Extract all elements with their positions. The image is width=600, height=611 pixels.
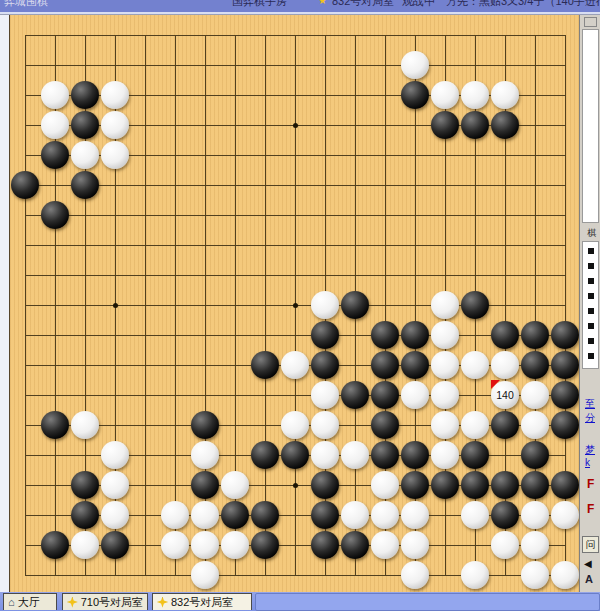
black-stone (401, 321, 429, 349)
black-stone (41, 411, 69, 439)
move-list-stone-icon (588, 248, 594, 254)
room-name: 832号对局室 (332, 0, 394, 7)
white-stone (401, 561, 429, 589)
panel-link-1[interactable]: 至 (585, 397, 595, 411)
black-stone (461, 471, 489, 499)
tab-lobby-label: 大厅 (18, 595, 40, 610)
black-stone (71, 471, 99, 499)
black-stone (371, 381, 399, 409)
white-stone (191, 561, 219, 589)
white-stone (71, 531, 99, 559)
white-stone (281, 351, 309, 379)
panel-link-4[interactable]: k (585, 457, 590, 468)
white-stone (41, 111, 69, 139)
move-list-stone-icon (588, 323, 594, 329)
game-status: 观战中 方先：黑贴3又3/4子（140手进行中） (402, 0, 600, 7)
white-stone (161, 501, 189, 529)
tab-room-832[interactable]: 832号对局室 (152, 593, 252, 610)
black-stone (401, 351, 429, 379)
star-point (113, 303, 118, 308)
black-stone (551, 351, 579, 379)
white-stone (341, 501, 369, 529)
white-stone (161, 531, 189, 559)
white-stone (431, 81, 459, 109)
white-stone (521, 501, 549, 529)
room-tab-bar: ⌂ 大厅 710号对局室 832号对局室 (0, 592, 600, 611)
black-stone (41, 531, 69, 559)
black-stone (101, 531, 129, 559)
help-button[interactable]: 问 (582, 536, 599, 553)
side-panel: 棋 至 分 梦 k F F 问 ◀ A (579, 15, 600, 592)
panel-link-2[interactable]: 分 (585, 411, 595, 425)
black-stone (311, 531, 339, 559)
black-stone (311, 321, 339, 349)
white-stone (101, 501, 129, 529)
grid-line-h (25, 335, 566, 336)
white-stone (311, 441, 339, 469)
white-stone (491, 351, 519, 379)
white-stone (491, 81, 519, 109)
black-stone (491, 321, 519, 349)
move-list-stone-icon (588, 338, 594, 344)
tab-lobby[interactable]: ⌂ 大厅 (3, 593, 57, 610)
black-stone (341, 381, 369, 409)
white-stone (71, 141, 99, 169)
white-stone (221, 531, 249, 559)
white-stone (221, 471, 249, 499)
black-stone (551, 381, 579, 409)
move-list-stone-icon (588, 293, 594, 299)
black-stone (491, 411, 519, 439)
move-list-stone-icon (588, 353, 594, 359)
black-stone (551, 471, 579, 499)
panel-scroll-area[interactable] (582, 29, 599, 223)
go-client-window: { "game": "go", "title_bar": { "app_name… (0, 0, 600, 611)
white-stone (461, 351, 489, 379)
white-stone (551, 561, 579, 589)
room-category: 国弈棋手房 (232, 0, 287, 7)
white-stone (461, 501, 489, 529)
black-stone (431, 471, 459, 499)
black-stone (521, 321, 549, 349)
black-stone (461, 111, 489, 139)
white-stone (101, 441, 129, 469)
move-list-stone-icon (588, 278, 594, 284)
white-stone (311, 381, 339, 409)
star-point (293, 483, 298, 488)
last-move-number: 140 (491, 381, 519, 409)
white-stone (521, 561, 549, 589)
title-bar: 弈城围棋 国弈棋手房 ★ 832号对局室 观战中 方先：黑贴3又3/4子（140… (0, 0, 600, 12)
white-stone (431, 351, 459, 379)
tab-room-832-label: 832号对局室 (171, 595, 233, 610)
white-stone (191, 501, 219, 529)
black-stone (311, 351, 339, 379)
black-stone (311, 471, 339, 499)
white-stone (401, 531, 429, 559)
white-stone (311, 411, 339, 439)
white-stone (431, 321, 459, 349)
black-stone (371, 411, 399, 439)
black-stone (491, 501, 519, 529)
white-stone (281, 411, 309, 439)
black-stone (71, 111, 99, 139)
white-stone (311, 291, 339, 319)
white-stone (101, 111, 129, 139)
black-stone (521, 351, 549, 379)
white-stone (521, 381, 549, 409)
black-stone (371, 441, 399, 469)
white-stone (41, 81, 69, 109)
prev-arrow-button[interactable]: ◀ (584, 558, 592, 569)
black-stone (461, 441, 489, 469)
black-stone (551, 321, 579, 349)
black-stone (371, 351, 399, 379)
app-name: 弈城围棋 (4, 0, 48, 7)
white-stone (101, 141, 129, 169)
black-stone (311, 501, 339, 529)
white-stone (71, 411, 99, 439)
black-stone (71, 81, 99, 109)
house-icon: ⌂ (8, 597, 15, 608)
white-stone (401, 51, 429, 79)
black-stone (401, 81, 429, 109)
black-stone (41, 141, 69, 169)
black-stone (491, 471, 519, 499)
move-list-panel[interactable] (582, 241, 599, 369)
black-stone (401, 471, 429, 499)
panel-red-mark-2: F (587, 502, 594, 516)
go-board[interactable]: 140 (9, 15, 579, 592)
white-stone (521, 531, 549, 559)
black-stone (251, 351, 279, 379)
white-stone (491, 531, 519, 559)
white-stone (461, 411, 489, 439)
white-stone (461, 81, 489, 109)
black-stone (251, 531, 279, 559)
move-list-stone-icon (588, 263, 594, 269)
white-stone (371, 531, 399, 559)
black-stone (551, 411, 579, 439)
black-stone (521, 471, 549, 499)
white-stone (431, 381, 459, 409)
black-stone (251, 441, 279, 469)
white-stone (401, 381, 429, 409)
black-stone (191, 411, 219, 439)
black-stone (221, 501, 249, 529)
tab-room-710-label: 710号对局室 (81, 595, 143, 610)
black-stone (461, 291, 489, 319)
panel-letter-a: A (585, 573, 593, 585)
black-stone (371, 321, 399, 349)
white-stone (521, 411, 549, 439)
white-stone (431, 441, 459, 469)
black-stone (521, 441, 549, 469)
white-stone (191, 531, 219, 559)
last-move-stone: 140 (491, 381, 519, 409)
white-stone (191, 441, 219, 469)
tab-bar-empty-area[interactable] (255, 593, 600, 611)
white-stone (431, 411, 459, 439)
panel-link-3[interactable]: 梦 (585, 443, 595, 457)
white-stone (401, 501, 429, 529)
star-icon (157, 597, 168, 608)
white-stone (101, 81, 129, 109)
white-stone (341, 441, 369, 469)
grid-line-h (25, 395, 566, 396)
black-stone (341, 291, 369, 319)
black-stone (431, 111, 459, 139)
black-stone (251, 501, 279, 529)
star-point (293, 123, 298, 128)
black-stone (191, 471, 219, 499)
black-stone (71, 501, 99, 529)
panel-top-button[interactable] (584, 17, 597, 27)
star-icon (67, 597, 78, 608)
move-list-stone-icon (588, 308, 594, 314)
white-stone (461, 561, 489, 589)
black-stone (281, 441, 309, 469)
star-point (293, 303, 298, 308)
white-stone (431, 291, 459, 319)
tab-room-710[interactable]: 710号对局室 (62, 593, 148, 610)
black-stone (401, 441, 429, 469)
panel-red-mark-1: F (587, 477, 594, 491)
white-stone (371, 501, 399, 529)
white-stone (371, 471, 399, 499)
black-stone (11, 171, 39, 199)
white-stone (101, 471, 129, 499)
black-stone (341, 531, 369, 559)
white-stone (551, 501, 579, 529)
black-stone (71, 171, 99, 199)
black-stone (41, 201, 69, 229)
panel-tab-label: 棋 (587, 227, 596, 240)
room-star-icon: ★ (318, 0, 327, 7)
black-stone (491, 111, 519, 139)
